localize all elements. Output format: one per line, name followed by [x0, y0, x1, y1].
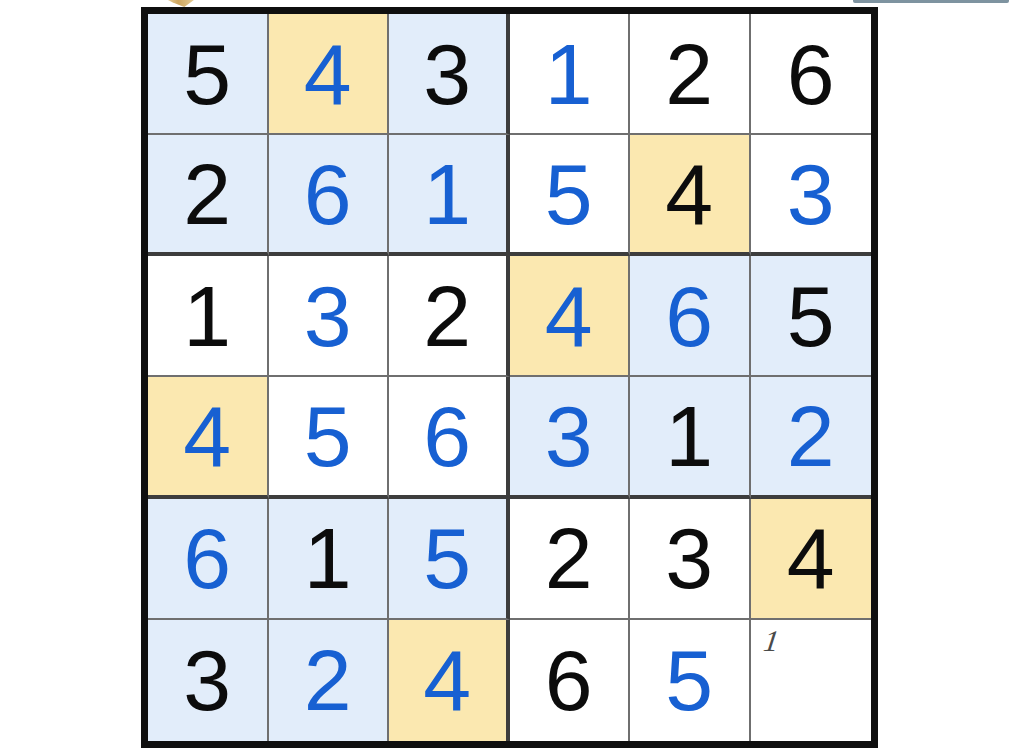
user-digit: 3 — [787, 151, 835, 237]
cell-r5c3[interactable]: 5 — [389, 499, 510, 620]
cell-r3c2[interactable]: 3 — [269, 256, 390, 377]
given-digit: 1 — [665, 393, 713, 479]
cell-r4c4[interactable]: 3 — [510, 377, 631, 498]
user-digit: 5 — [423, 515, 471, 601]
cell-r3c1[interactable]: 1 — [148, 256, 269, 377]
given-digit: 1 — [183, 273, 231, 359]
cell-r1c6[interactable]: 6 — [751, 14, 872, 135]
cell-r4c6[interactable]: 2 — [751, 377, 872, 498]
user-digit: 6 — [665, 273, 713, 359]
user-digit: 6 — [183, 515, 231, 601]
given-digit: 5 — [183, 31, 231, 117]
user-digit: 5 — [545, 151, 593, 237]
cell-r4c2[interactable]: 5 — [269, 377, 390, 498]
user-digit: 5 — [665, 637, 713, 723]
given-digit: 4 — [665, 151, 713, 237]
given-digit: 3 — [423, 31, 471, 117]
cell-r6c1[interactable]: 3 — [148, 620, 269, 741]
user-digit: 4 — [304, 31, 352, 117]
pencil-mark: 1 — [761, 626, 780, 656]
cell-r2c6[interactable]: 3 — [751, 135, 872, 256]
page: 543126261543132465456312615234324651 — [0, 0, 1024, 753]
user-digit: 4 — [545, 273, 593, 359]
user-digit: 3 — [304, 273, 352, 359]
user-digit: 2 — [304, 637, 352, 723]
given-digit: 2 — [423, 273, 471, 359]
user-digit: 3 — [545, 393, 593, 479]
cell-r4c3[interactable]: 6 — [389, 377, 510, 498]
cell-r5c4[interactable]: 2 — [510, 499, 631, 620]
user-digit: 4 — [183, 393, 231, 479]
cell-r5c6[interactable]: 4 — [751, 499, 872, 620]
cell-r1c1[interactable]: 5 — [148, 14, 269, 135]
cell-r3c3[interactable]: 2 — [389, 256, 510, 377]
cell-r4c1[interactable]: 4 — [148, 377, 269, 498]
cell-r2c5[interactable]: 4 — [630, 135, 751, 256]
cell-r1c2[interactable]: 4 — [269, 14, 390, 135]
cell-r1c5[interactable]: 2 — [630, 14, 751, 135]
cell-r6c5[interactable]: 5 — [630, 620, 751, 741]
user-digit: 4 — [423, 637, 471, 723]
given-digit: 3 — [665, 515, 713, 601]
cell-r6c4[interactable]: 6 — [510, 620, 631, 741]
given-digit: 3 — [183, 637, 231, 723]
cell-r6c3[interactable]: 4 — [389, 620, 510, 741]
cell-r6c2[interactable]: 2 — [269, 620, 390, 741]
cell-r4c5[interactable]: 1 — [630, 377, 751, 498]
given-digit: 4 — [787, 515, 835, 601]
given-digit: 6 — [545, 637, 593, 723]
cell-r6c6[interactable]: 1 — [751, 620, 872, 741]
toolbar-edge-fragment — [853, 0, 1009, 3]
cell-r1c4[interactable]: 1 — [510, 14, 631, 135]
user-digit: 2 — [787, 393, 835, 479]
given-digit: 2 — [183, 151, 231, 237]
cell-r3c5[interactable]: 6 — [630, 256, 751, 377]
cell-r2c2[interactable]: 6 — [269, 135, 390, 256]
user-digit: 1 — [545, 31, 593, 117]
cell-r2c1[interactable]: 2 — [148, 135, 269, 256]
user-digit: 6 — [423, 393, 471, 479]
user-digit: 6 — [304, 151, 352, 237]
given-digit: 5 — [787, 273, 835, 359]
cell-r5c2[interactable]: 1 — [269, 499, 390, 620]
gold-icon-fragment — [162, 0, 198, 7]
cell-r5c5[interactable]: 3 — [630, 499, 751, 620]
cell-r3c6[interactable]: 5 — [751, 256, 872, 377]
cell-r5c1[interactable]: 6 — [148, 499, 269, 620]
cell-r2c3[interactable]: 1 — [389, 135, 510, 256]
cell-r2c4[interactable]: 5 — [510, 135, 631, 256]
sudoku-board: 543126261543132465456312615234324651 — [141, 7, 878, 748]
cell-r3c4[interactable]: 4 — [510, 256, 631, 377]
given-digit: 2 — [545, 515, 593, 601]
given-digit: 2 — [665, 31, 713, 117]
given-digit: 6 — [787, 31, 835, 117]
user-digit: 5 — [304, 393, 352, 479]
user-digit: 1 — [423, 151, 471, 237]
given-digit: 1 — [304, 515, 352, 601]
cell-r1c3[interactable]: 3 — [389, 14, 510, 135]
